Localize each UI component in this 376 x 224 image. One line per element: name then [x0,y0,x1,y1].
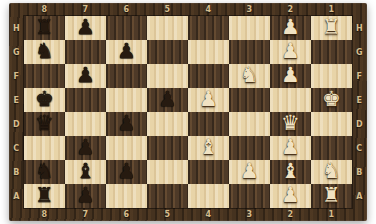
square-h7: ♟ [65,16,106,40]
square-g5 [147,40,188,64]
square-g2: ♟ [270,40,311,64]
file-labels-right: HGFEDCBA [352,16,367,208]
file-label-f: F [352,64,367,88]
square-h6 [106,16,147,40]
square-d1 [311,112,352,136]
board-squares: ♜♟♟♜♞♟♟♟♞♟♚♟♟♚♛♟♛♟♝♟♞♝♟♟♝♞♜♟♟♜ [24,16,352,208]
white-pawn-e4: ♟ [199,89,218,110]
file-label-e: E [352,88,367,112]
square-e5: ♟ [147,88,188,112]
file-label-c: C [352,136,367,160]
white-king-e1: ♚ [322,89,341,110]
square-h5 [147,16,188,40]
square-g3 [229,40,270,64]
square-b8: ♞ [24,160,65,184]
file-label-h: H [9,16,24,40]
file-label-a: A [9,184,24,208]
file-label-g: G [352,40,367,64]
file-label-a: A [352,184,367,208]
square-a7: ♟ [65,184,106,208]
square-c8 [24,136,65,160]
square-a1: ♜ [311,184,352,208]
square-d3 [229,112,270,136]
square-g6: ♟ [106,40,147,64]
square-b5 [147,160,188,184]
black-pawn-b6: ♟ [117,161,136,182]
black-knight-g8: ♞ [35,41,54,62]
rank-label-7: 7 [65,3,106,16]
square-f8 [24,64,65,88]
black-rook-a8: ♜ [35,185,54,206]
square-b6: ♟ [106,160,147,184]
square-b3: ♟ [229,160,270,184]
square-g7 [65,40,106,64]
square-a4 [188,184,229,208]
white-knight-b1: ♞ [322,161,341,182]
square-f1 [311,64,352,88]
rank-labels-top: 87654321 [24,3,352,16]
square-d7 [65,112,106,136]
rank-label-4: 4 [188,3,229,16]
file-label-b: B [352,160,367,184]
square-a8: ♜ [24,184,65,208]
square-c6 [106,136,147,160]
black-pawn-f7: ♟ [76,65,95,86]
rank-label-5: 5 [147,3,188,16]
square-h1: ♜ [311,16,352,40]
rank-label-3: 3 [229,208,270,221]
black-pawn-a7: ♟ [76,185,95,206]
square-g8: ♞ [24,40,65,64]
black-knight-b8: ♞ [35,161,54,182]
square-c7: ♟ [65,136,106,160]
file-label-d: D [352,112,367,136]
square-e2 [270,88,311,112]
rank-label-2: 2 [270,3,311,16]
white-pawn-c2: ♟ [281,137,300,158]
square-d8: ♛ [24,112,65,136]
rank-label-7: 7 [65,208,106,221]
square-e6 [106,88,147,112]
black-pawn-h7: ♟ [76,17,95,38]
rank-label-1: 1 [311,208,352,221]
rank-label-1: 1 [311,3,352,16]
white-pawn-a2: ♟ [281,185,300,206]
square-f5 [147,64,188,88]
square-b7: ♝ [65,160,106,184]
file-label-h: H [352,16,367,40]
square-a2: ♟ [270,184,311,208]
rank-label-2: 2 [270,208,311,221]
white-pawn-g2: ♟ [281,41,300,62]
rank-label-6: 6 [106,208,147,221]
rank-label-8: 8 [24,208,65,221]
square-b4 [188,160,229,184]
square-g1 [311,40,352,64]
square-g4 [188,40,229,64]
square-e7 [65,88,106,112]
black-pawn-e5: ♟ [158,89,177,110]
square-h2: ♟ [270,16,311,40]
rank-label-4: 4 [188,208,229,221]
square-d5 [147,112,188,136]
white-rook-a1: ♜ [322,185,341,206]
white-rook-h1: ♜ [322,17,341,38]
white-pawn-f2: ♟ [281,65,300,86]
file-label-d: D [9,112,24,136]
square-d6: ♟ [106,112,147,136]
file-labels-left: HGFEDCBA [9,16,24,208]
file-label-c: C [9,136,24,160]
black-king-e8: ♚ [35,89,54,110]
chess-board: 87654321 87654321 HGFEDCBA HGFEDCBA ♜♟♟♜… [9,3,367,221]
file-label-e: E [9,88,24,112]
square-c4: ♝ [188,136,229,160]
white-pawn-b3: ♟ [240,161,259,182]
white-queen-d2: ♛ [281,113,300,134]
square-f7: ♟ [65,64,106,88]
black-queen-d8: ♛ [35,113,54,134]
file-label-f: F [9,64,24,88]
square-f2: ♟ [270,64,311,88]
rank-label-5: 5 [147,208,188,221]
square-a6 [106,184,147,208]
square-a3 [229,184,270,208]
square-h8: ♜ [24,16,65,40]
square-d4 [188,112,229,136]
rank-label-8: 8 [24,3,65,16]
square-c2: ♟ [270,136,311,160]
product-photo-background: 87654321 87654321 HGFEDCBA HGFEDCBA ♜♟♟♜… [0,0,376,224]
black-pawn-d6: ♟ [117,113,136,134]
white-pawn-h2: ♟ [281,17,300,38]
square-c5 [147,136,188,160]
black-pawn-c7: ♟ [76,137,95,158]
white-bishop-b2: ♝ [281,161,300,182]
square-e3 [229,88,270,112]
square-f4 [188,64,229,88]
square-c3 [229,136,270,160]
rank-label-6: 6 [106,3,147,16]
file-label-g: G [9,40,24,64]
square-c1 [311,136,352,160]
square-h4 [188,16,229,40]
square-e4: ♟ [188,88,229,112]
square-e8: ♚ [24,88,65,112]
square-a5 [147,184,188,208]
file-label-b: B [9,160,24,184]
white-knight-f3: ♞ [240,65,259,86]
black-rook-h8: ♜ [35,17,54,38]
black-bishop-b7: ♝ [76,161,95,182]
square-f3: ♞ [229,64,270,88]
rank-labels-bottom: 87654321 [24,208,352,221]
rank-label-3: 3 [229,3,270,16]
square-f6 [106,64,147,88]
square-b1: ♞ [311,160,352,184]
square-d2: ♛ [270,112,311,136]
white-bishop-c4: ♝ [199,137,218,158]
square-h3 [229,16,270,40]
square-b2: ♝ [270,160,311,184]
black-pawn-g6: ♟ [117,41,136,62]
square-e1: ♚ [311,88,352,112]
